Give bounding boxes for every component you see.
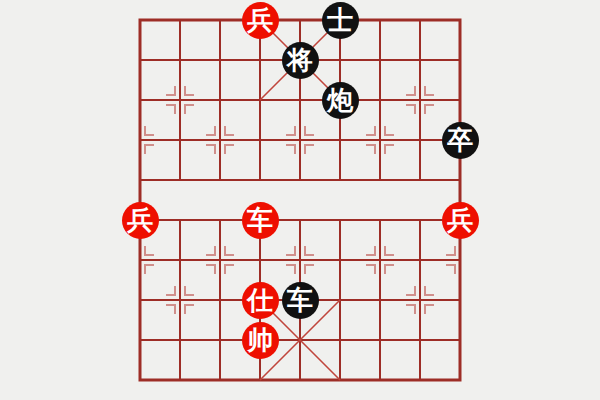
piece-red-chariot[interactable]: 车: [242, 202, 279, 239]
piece-black-advisor[interactable]: 士: [322, 2, 359, 39]
piece-red-soldier[interactable]: 兵: [442, 202, 479, 239]
piece-red-advisor[interactable]: 仕: [242, 282, 279, 319]
piece-black-chariot[interactable]: 车: [282, 282, 319, 319]
piece-red-general[interactable]: 帅: [242, 322, 279, 359]
piece-black-soldier[interactable]: 卒: [442, 122, 479, 159]
xiangqi-board: 兵士将炮卒兵车兵仕车帅: [0, 0, 600, 400]
pieces-layer: 兵士将炮卒兵车兵仕车帅: [120, 0, 480, 400]
piece-red-soldier[interactable]: 兵: [122, 202, 159, 239]
piece-black-general[interactable]: 将: [282, 42, 319, 79]
piece-red-soldier[interactable]: 兵: [242, 2, 279, 39]
piece-black-cannon[interactable]: 炮: [322, 82, 359, 119]
